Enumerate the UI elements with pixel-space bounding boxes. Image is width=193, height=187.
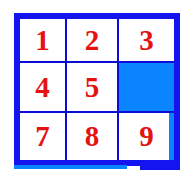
bottom-border-dark-artifact [140,166,180,170]
puzzle-board: 1 2 3 4 5 7 8 9 [14,13,180,166]
tile-9[interactable]: 9 [119,113,174,160]
tile-4[interactable]: 4 [20,63,65,111]
tile-2[interactable]: 2 [67,19,117,61]
tile-1[interactable]: 1 [20,19,65,61]
tile-7[interactable]: 7 [20,113,65,160]
tile-3[interactable]: 3 [119,19,174,61]
bottom-border-light-artifact [14,165,127,169]
tile-8[interactable]: 8 [67,113,117,160]
puzzle-stage: 1 2 3 4 5 7 8 9 [0,0,193,187]
blank-tile-bleed-artifact [169,113,174,160]
tile-5[interactable]: 5 [67,63,117,111]
blank-tile[interactable] [119,63,174,111]
